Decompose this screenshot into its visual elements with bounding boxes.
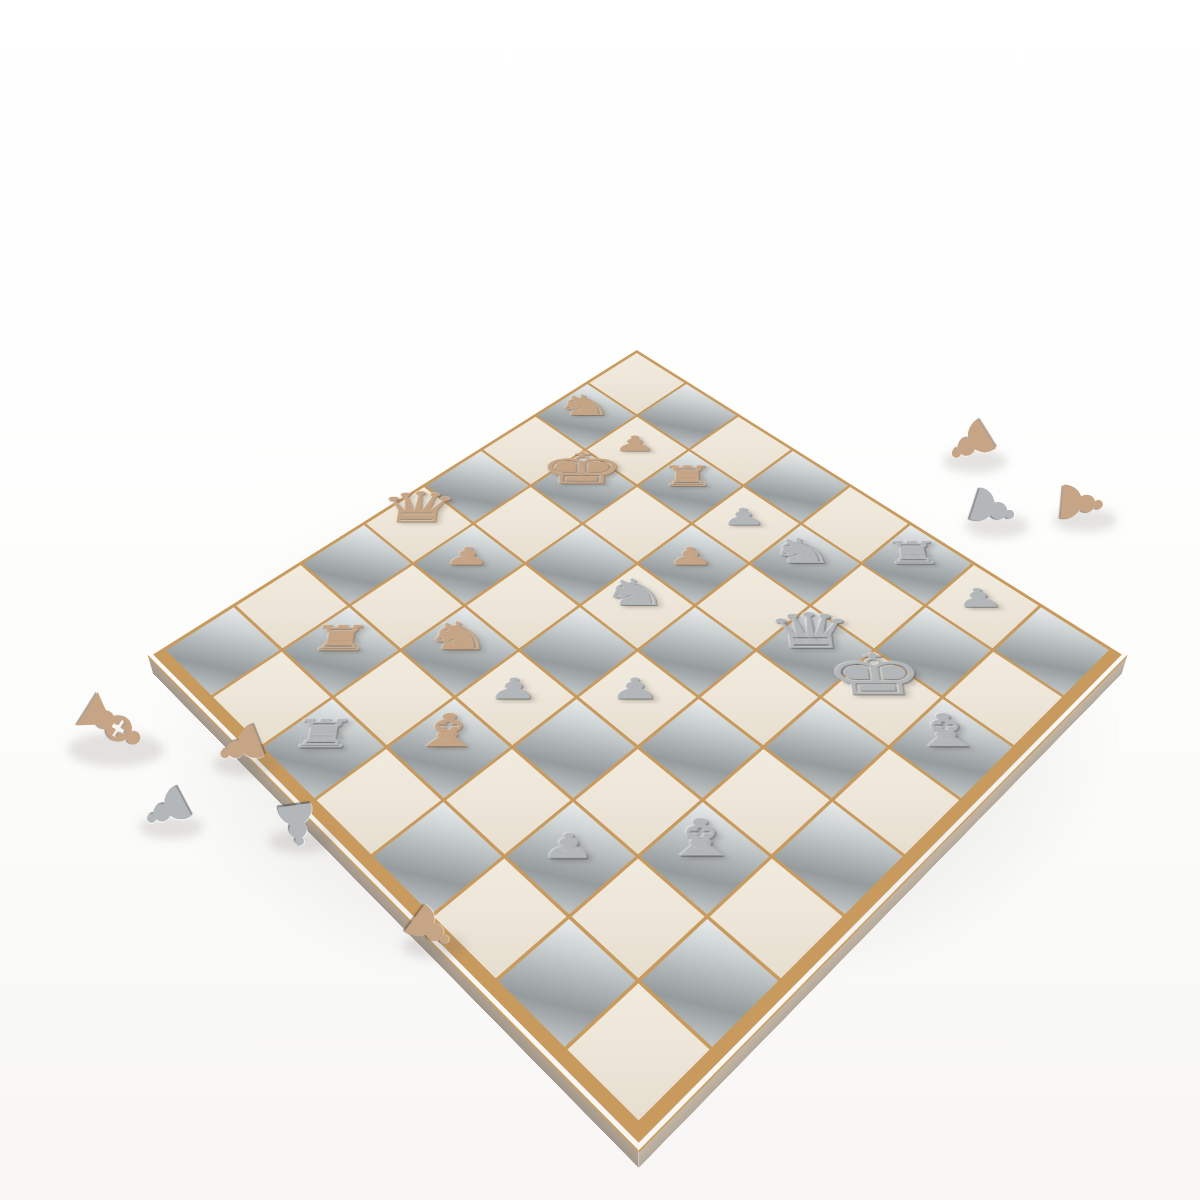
tan-pawn-reflection: ♟	[666, 538, 714, 562]
silver-rook-reflection: ♜	[286, 707, 361, 746]
silver-pawn-glyph: ♟	[608, 674, 660, 703]
silver-pawn-glyph: ♟	[539, 829, 596, 864]
tan-queen-glyph: ♛	[373, 486, 462, 528]
tan-knight-reflection: ♞	[421, 610, 496, 649]
silver-pawn-glyph: ♟	[951, 585, 1005, 611]
tan-rook-reflection: ♜	[658, 457, 716, 485]
silver-rook-glyph: ♜	[285, 714, 360, 753]
tan-knight-reflection: ♞	[553, 386, 614, 414]
tan-bishop-glyph: ♝	[405, 708, 489, 754]
product-photo-scene: ♜♜♟♞♞♟♜♜♟♞♞♚♚♟♟♛♛♚♝♝♞♛♟♟♟♞♞♟♝♝♜♜♝♝♟♟♜♜ ♝…	[0, 0, 1200, 1200]
board-anchor: ♜♜♟♞♞♟♜♜♟♞♞♚♚♟♟♛♛♚♝♝♞♛♟♟♟♞♞♟♝♝♜♜♝♝♟♟♜♜	[295, 312, 972, 989]
tan-bishop-reflection: ♝	[406, 700, 489, 745]
silver-rook-reflection: ♜	[879, 531, 945, 562]
silver-pawn-glyph: ♟	[719, 505, 767, 528]
fallen-silver-pawn-4[interactable]: ♟	[268, 793, 326, 855]
fallen-piece-glyph: ♟	[268, 793, 326, 855]
silver-king-glyph: ♚	[820, 646, 930, 703]
silver-bishop-reflection: ♝	[901, 700, 988, 745]
square-a3[interactable]	[303, 525, 411, 604]
fallen-piece-glyph: ♟	[1051, 476, 1111, 531]
tan-pawn-reflection: ♟	[442, 538, 492, 562]
silver-knight-glyph: ♞	[599, 574, 669, 611]
fallen-tan-pawn-8[interactable]: ♟	[1051, 476, 1111, 531]
tan-king-reflection: ♚	[536, 441, 626, 484]
silver-pawn-glyph: ♟	[486, 674, 539, 703]
tan-rook-reflection: ♜	[306, 614, 376, 649]
silver-knight-reflection: ♞	[765, 528, 836, 563]
silver-pawn-reflection: ♟	[539, 820, 596, 855]
